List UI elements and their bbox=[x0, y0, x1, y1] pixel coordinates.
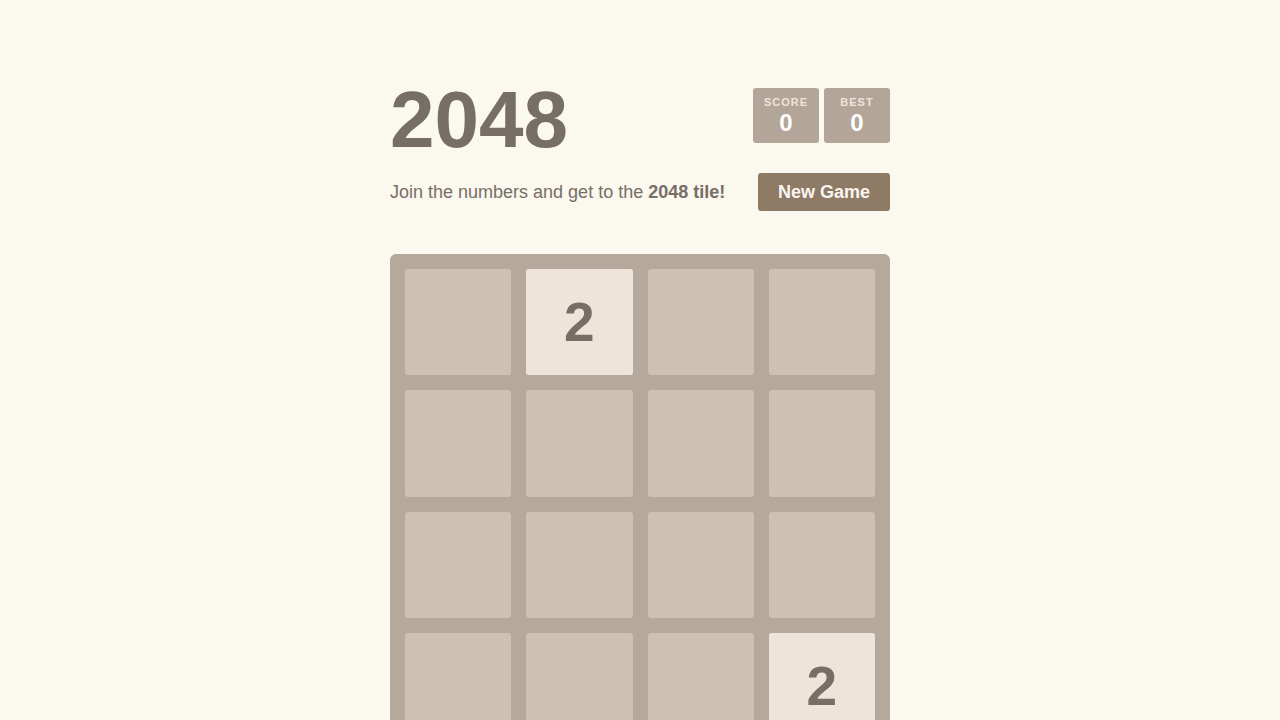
grid-cell bbox=[526, 512, 632, 618]
grid-cell bbox=[769, 512, 875, 618]
new-game-button[interactable]: New Game bbox=[758, 173, 890, 211]
grid-cell bbox=[405, 512, 511, 618]
best-label: BEST bbox=[840, 95, 873, 109]
best-box: BEST 0 bbox=[824, 88, 890, 143]
grid-cell bbox=[769, 269, 875, 375]
game-board[interactable]: 22 bbox=[390, 254, 890, 720]
grid-cell bbox=[648, 269, 754, 375]
score-value: 0 bbox=[779, 109, 792, 136]
tile-2: 2 bbox=[769, 633, 875, 720]
grid-cell bbox=[405, 269, 511, 375]
grid-cell bbox=[405, 633, 511, 720]
grid-cell bbox=[526, 633, 632, 720]
tile-2: 2 bbox=[526, 269, 632, 375]
page-title: 2048 bbox=[390, 80, 568, 160]
grid-cell bbox=[648, 512, 754, 618]
grid-cell bbox=[648, 633, 754, 720]
grid-cell bbox=[769, 390, 875, 496]
above-game-row: Join the numbers and get to the 2048 til… bbox=[390, 173, 890, 211]
intro-text-regular: Join the numbers and get to the bbox=[390, 182, 648, 202]
best-value: 0 bbox=[850, 109, 863, 136]
score-box: SCORE 0 bbox=[753, 88, 819, 143]
grid-cell: 2 bbox=[769, 633, 875, 720]
game-container: 2048 SCORE 0 BEST 0 Join the numbers and… bbox=[390, 0, 890, 720]
score-label: SCORE bbox=[764, 95, 808, 109]
header: 2048 SCORE 0 BEST 0 bbox=[390, 80, 890, 160]
intro-text: Join the numbers and get to the 2048 til… bbox=[390, 173, 725, 211]
grid-cell bbox=[648, 390, 754, 496]
scoreboard: SCORE 0 BEST 0 bbox=[753, 88, 890, 143]
grid-cell: 2 bbox=[526, 269, 632, 375]
intro-text-bold: 2048 tile! bbox=[648, 182, 725, 202]
grid-cell bbox=[405, 390, 511, 496]
grid-cell bbox=[526, 390, 632, 496]
